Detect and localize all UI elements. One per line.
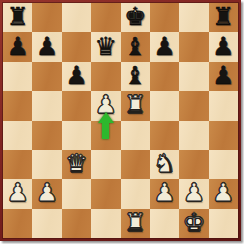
square-d5: ♟ bbox=[91, 91, 120, 120]
square-h5 bbox=[209, 91, 238, 120]
piece-bq-d7: ♛ bbox=[95, 34, 117, 59]
piece-bk-e8: ♚ bbox=[124, 4, 146, 29]
square-g7 bbox=[179, 32, 208, 61]
square-d1 bbox=[91, 209, 120, 238]
square-e3 bbox=[121, 150, 150, 179]
square-b2: ♟ bbox=[32, 179, 61, 208]
square-e5: ♜ bbox=[121, 91, 150, 120]
square-d8 bbox=[91, 3, 120, 32]
square-e2 bbox=[121, 179, 150, 208]
piece-wp-a2: ♟ bbox=[6, 180, 28, 205]
piece-bp-b7: ♟ bbox=[36, 34, 58, 59]
square-g5 bbox=[179, 91, 208, 120]
chess-board: ♜♚♜♟♟♛♝♟♟♟♝♟♟♜♛♞♟♟♟♟♟♜♚ bbox=[3, 3, 238, 238]
square-e7: ♝ bbox=[121, 32, 150, 61]
square-h2: ♟ bbox=[209, 179, 238, 208]
piece-wp-b2: ♟ bbox=[36, 180, 58, 205]
square-b5 bbox=[32, 91, 61, 120]
square-h8: ♜ bbox=[209, 3, 238, 32]
piece-bp-c6: ♟ bbox=[65, 63, 87, 88]
square-a4 bbox=[3, 121, 32, 150]
piece-wp-d5: ♟ bbox=[95, 92, 117, 117]
square-h4 bbox=[209, 121, 238, 150]
square-g3 bbox=[179, 150, 208, 179]
piece-bb-e6: ♝ bbox=[124, 63, 146, 88]
square-b3 bbox=[32, 150, 61, 179]
piece-wn-f3: ♞ bbox=[153, 151, 175, 176]
square-g6 bbox=[179, 62, 208, 91]
square-e8: ♚ bbox=[121, 3, 150, 32]
square-c2 bbox=[62, 179, 91, 208]
square-b1 bbox=[32, 209, 61, 238]
chess-diagram: ♜♚♜♟♟♛♝♟♟♟♝♟♟♜♛♞♟♟♟♟♟♜♚ bbox=[0, 0, 244, 244]
square-h7: ♟ bbox=[209, 32, 238, 61]
square-c5 bbox=[62, 91, 91, 120]
board-frame: ♜♚♜♟♟♛♝♟♟♟♝♟♟♜♛♞♟♟♟♟♟♜♚ bbox=[0, 0, 241, 241]
square-h3 bbox=[209, 150, 238, 179]
square-a7: ♟ bbox=[3, 32, 32, 61]
piece-wp-h2: ♟ bbox=[212, 180, 234, 205]
square-f7: ♟ bbox=[150, 32, 179, 61]
square-c8 bbox=[62, 3, 91, 32]
square-b7: ♟ bbox=[32, 32, 61, 61]
piece-wk-g1: ♚ bbox=[183, 210, 205, 235]
piece-br-a8: ♜ bbox=[6, 4, 28, 29]
square-a2: ♟ bbox=[3, 179, 32, 208]
square-c6: ♟ bbox=[62, 62, 91, 91]
square-d2 bbox=[91, 179, 120, 208]
square-g4 bbox=[179, 121, 208, 150]
square-f2: ♟ bbox=[150, 179, 179, 208]
square-d3 bbox=[91, 150, 120, 179]
piece-wr-e1: ♜ bbox=[124, 210, 146, 235]
square-g8 bbox=[179, 3, 208, 32]
piece-bp-h6: ♟ bbox=[212, 63, 234, 88]
square-f8 bbox=[150, 3, 179, 32]
square-b6 bbox=[32, 62, 61, 91]
square-d7: ♛ bbox=[91, 32, 120, 61]
square-d6 bbox=[91, 62, 120, 91]
square-a3 bbox=[3, 150, 32, 179]
piece-bp-a7: ♟ bbox=[6, 34, 28, 59]
square-f4 bbox=[150, 121, 179, 150]
square-e4 bbox=[121, 121, 150, 150]
square-h1 bbox=[209, 209, 238, 238]
piece-wq-c3: ♛ bbox=[65, 151, 87, 176]
square-c4 bbox=[62, 121, 91, 150]
square-f6 bbox=[150, 62, 179, 91]
square-a1 bbox=[3, 209, 32, 238]
square-c7 bbox=[62, 32, 91, 61]
square-f1 bbox=[150, 209, 179, 238]
piece-bb-e7: ♝ bbox=[124, 34, 146, 59]
square-e6: ♝ bbox=[121, 62, 150, 91]
square-f5 bbox=[150, 91, 179, 120]
square-a8: ♜ bbox=[3, 3, 32, 32]
square-d4 bbox=[91, 121, 120, 150]
piece-wr-e5: ♜ bbox=[124, 92, 146, 117]
square-e1: ♜ bbox=[121, 209, 150, 238]
piece-bp-h7: ♟ bbox=[212, 34, 234, 59]
square-g2: ♟ bbox=[179, 179, 208, 208]
square-g1: ♚ bbox=[179, 209, 208, 238]
piece-wp-f2: ♟ bbox=[153, 180, 175, 205]
square-b4 bbox=[32, 121, 61, 150]
square-c1 bbox=[62, 209, 91, 238]
square-a5 bbox=[3, 91, 32, 120]
piece-br-h8: ♜ bbox=[212, 4, 234, 29]
square-a6 bbox=[3, 62, 32, 91]
square-f3: ♞ bbox=[150, 150, 179, 179]
square-b8 bbox=[32, 3, 61, 32]
piece-wp-g2: ♟ bbox=[183, 180, 205, 205]
square-c3: ♛ bbox=[62, 150, 91, 179]
piece-bp-f7: ♟ bbox=[153, 34, 175, 59]
square-h6: ♟ bbox=[209, 62, 238, 91]
